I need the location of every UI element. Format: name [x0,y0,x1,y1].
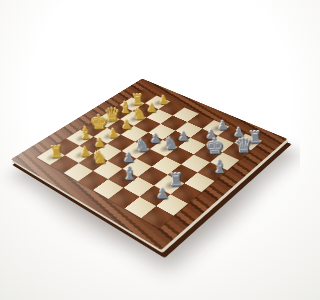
silver-bishop[interactable]: ♝ [116,164,143,183]
silver-pawn[interactable]: ♟ [149,186,176,202]
silver-queen[interactable]: ♛ [231,135,257,157]
scene: ♜♝♚♛♝♜♟♟♟♟♞♟♟♞♟♞♟♝♞♟♟♟♟♜♚♟♝♛♜ [0,0,300,300]
silver-knight[interactable]: ♞ [158,135,183,153]
gold-rook[interactable]: ♜ [44,144,69,161]
silver-bishop[interactable]: ♝ [207,158,233,177]
gold-knight[interactable]: ♞ [87,148,113,167]
